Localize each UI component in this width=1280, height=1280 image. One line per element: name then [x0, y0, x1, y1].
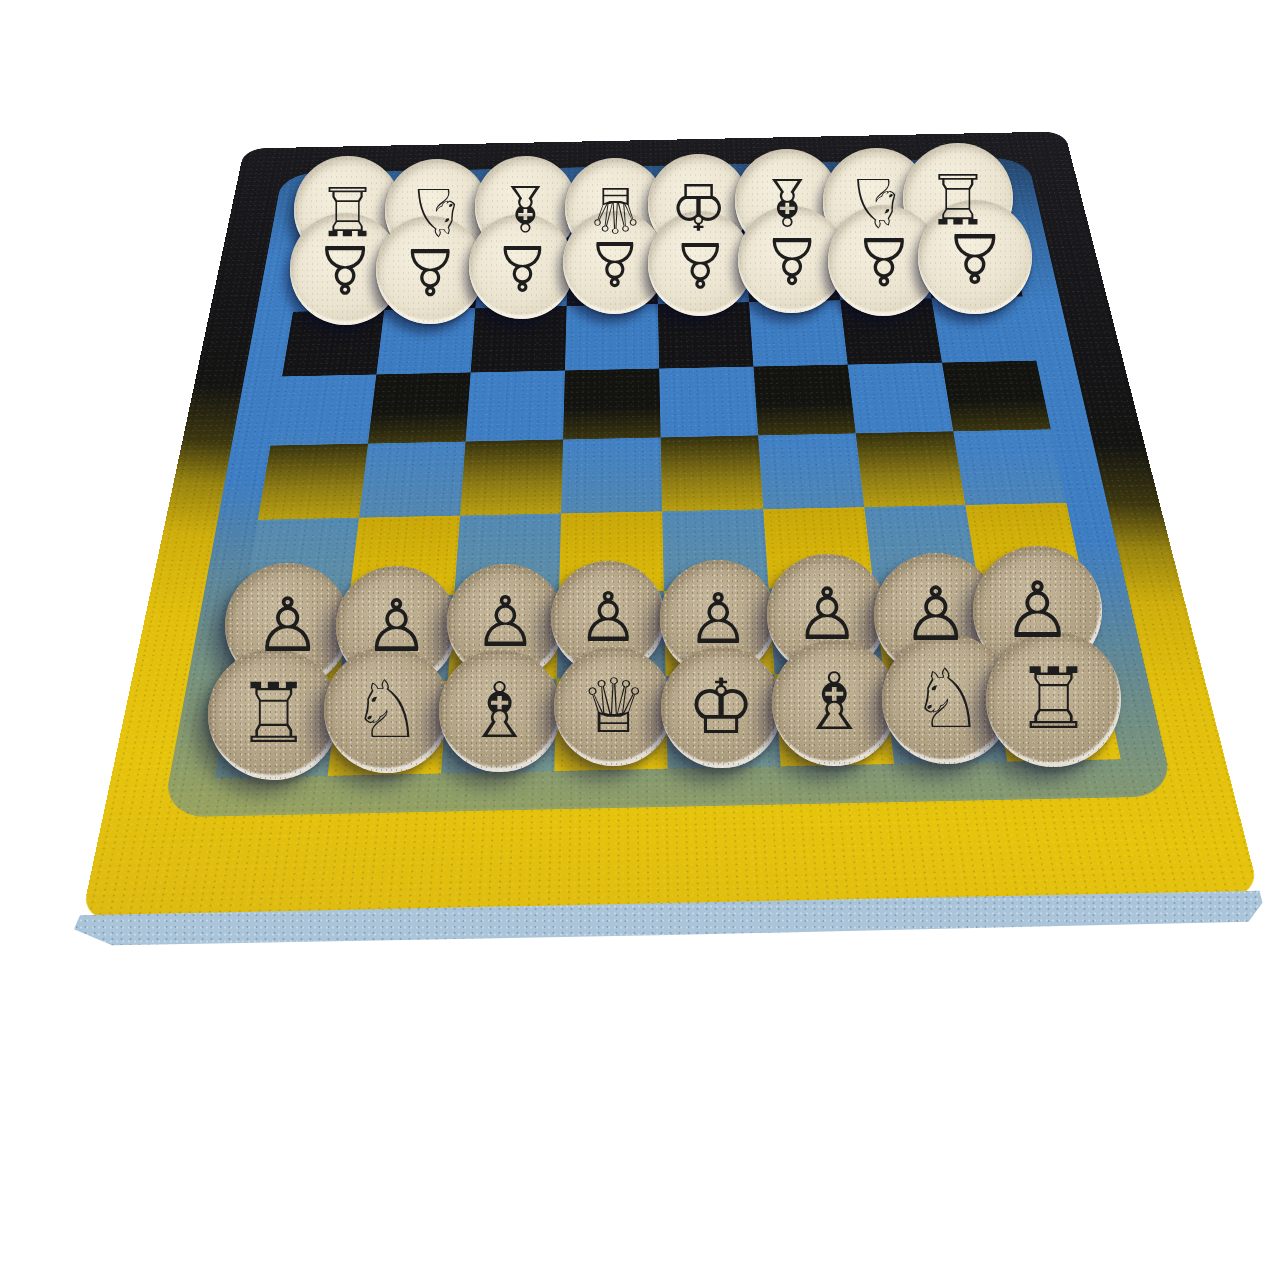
square-e4[interactable]: [661, 435, 764, 511]
square-f5[interactable]: [753, 365, 855, 436]
square-a4[interactable]: [258, 444, 368, 520]
square-d4[interactable]: [561, 437, 662, 513]
square-c4[interactable]: [460, 440, 563, 516]
square-e5[interactable]: [659, 367, 758, 438]
piece-white-knight-b1[interactable]: ♘: [324, 647, 450, 773]
square-f4[interactable]: [758, 433, 864, 509]
square-c5[interactable]: [466, 371, 565, 442]
square-h4[interactable]: [953, 429, 1066, 505]
piece-white-bishop-f1[interactable]: ♗: [772, 640, 898, 766]
piece-white-queen-d1[interactable]: ♕: [554, 647, 673, 766]
square-h5[interactable]: [942, 361, 1051, 432]
square-g5[interactable]: [848, 363, 954, 434]
square-g4[interactable]: [856, 431, 966, 507]
square-b4[interactable]: [359, 442, 466, 518]
square-b5[interactable]: [368, 372, 471, 443]
piece-black-pawn-e7[interactable]: ♙: [648, 211, 752, 315]
square-d5[interactable]: [563, 369, 661, 440]
piece-white-king-e1[interactable]: ♔: [661, 647, 782, 768]
photo-canvas: ♖♘♗♕♔♗♘♖♙♙♙♙♙♙♙♙♙♙♙♙♙♙♙♙♖♘♗♕♔♗♘♖: [0, 0, 1280, 1280]
square-d6[interactable]: [565, 304, 659, 370]
square-a5[interactable]: [270, 374, 376, 445]
piece-white-bishop-c1[interactable]: ♗: [439, 650, 561, 772]
